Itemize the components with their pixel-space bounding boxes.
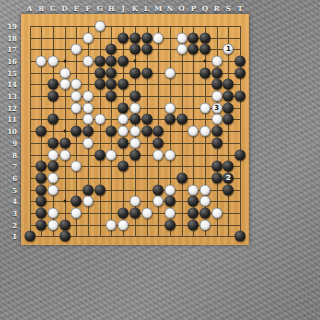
white-stone[interactable] <box>47 219 58 230</box>
white-stone[interactable] <box>71 208 82 219</box>
row-label: 6 <box>12 173 17 182</box>
white-stone[interactable] <box>71 161 82 172</box>
white-stone[interactable] <box>164 208 175 219</box>
black-stone[interactable] <box>36 219 47 230</box>
black-stone[interactable] <box>36 126 47 137</box>
star-point <box>63 200 66 203</box>
white-stone[interactable] <box>71 79 82 90</box>
row-label: 2 <box>12 220 17 229</box>
black-stone[interactable] <box>223 79 234 90</box>
white-stone[interactable] <box>83 91 94 102</box>
black-stone[interactable] <box>106 126 117 137</box>
white-stone[interactable] <box>129 196 140 207</box>
white-stone[interactable] <box>71 44 82 55</box>
white-stone[interactable] <box>59 79 70 90</box>
black-stone[interactable] <box>211 126 222 137</box>
column-label: A <box>27 4 32 13</box>
white-stone[interactable] <box>83 196 94 207</box>
column-label: L <box>144 4 149 13</box>
black-stone[interactable] <box>118 161 129 172</box>
white-stone[interactable] <box>153 196 164 207</box>
white-stone[interactable] <box>164 184 175 195</box>
white-stone[interactable] <box>47 149 58 160</box>
white-stone[interactable] <box>153 149 164 160</box>
white-stone[interactable] <box>129 126 140 137</box>
white-stone[interactable] <box>59 67 70 78</box>
black-stone[interactable] <box>235 55 246 66</box>
move-number-label: 3 <box>214 104 219 111</box>
white-stone[interactable] <box>200 126 211 137</box>
black-stone[interactable] <box>141 67 152 78</box>
black-stone[interactable] <box>94 55 105 66</box>
row-label: 7 <box>12 162 17 171</box>
column-label: S <box>226 4 231 13</box>
white-stone[interactable] <box>118 219 129 230</box>
black-stone[interactable] <box>235 91 246 102</box>
row-label: 19 <box>7 21 17 30</box>
white-stone[interactable] <box>59 149 70 160</box>
white-stone[interactable] <box>153 32 164 43</box>
white-stone[interactable] <box>188 184 199 195</box>
column-label: N <box>167 4 173 13</box>
black-stone[interactable] <box>129 32 140 43</box>
black-stone[interactable] <box>94 184 105 195</box>
row-label: 13 <box>7 92 17 101</box>
black-stone[interactable] <box>118 102 129 113</box>
row-label: 5 <box>12 185 17 194</box>
white-stone[interactable] <box>94 20 105 31</box>
black-stone[interactable] <box>118 32 129 43</box>
white-stone[interactable] <box>83 102 94 113</box>
column-label: O <box>179 4 185 13</box>
row-label: 11 <box>7 115 17 124</box>
black-stone[interactable] <box>118 79 129 90</box>
black-stone[interactable] <box>141 44 152 55</box>
black-stone[interactable] <box>129 208 140 219</box>
star-point <box>63 130 66 133</box>
black-stone[interactable] <box>141 114 152 125</box>
white-stone[interactable] <box>83 32 94 43</box>
black-stone[interactable] <box>235 231 246 242</box>
black-stone[interactable] <box>235 149 246 160</box>
white-stone-numbered[interactable]: 3 <box>211 102 222 113</box>
grid-line-horizontal <box>30 166 242 167</box>
white-stone[interactable] <box>94 114 105 125</box>
row-label: 9 <box>12 138 17 147</box>
row-label: 10 <box>7 127 17 136</box>
black-stone[interactable] <box>118 208 129 219</box>
white-stone-numbered[interactable]: 1 <box>223 44 234 55</box>
black-stone[interactable] <box>164 196 175 207</box>
column-label: D <box>62 4 68 13</box>
black-stone[interactable] <box>200 32 211 43</box>
black-stone[interactable] <box>47 137 58 148</box>
white-stone[interactable] <box>211 114 222 125</box>
black-stone[interactable] <box>141 126 152 137</box>
white-stone[interactable] <box>129 102 140 113</box>
black-stone[interactable] <box>223 161 234 172</box>
white-stone[interactable] <box>164 149 175 160</box>
black-stone[interactable] <box>71 196 82 207</box>
black-stone[interactable] <box>106 55 117 66</box>
white-stone[interactable] <box>176 44 187 55</box>
black-stone[interactable] <box>141 32 152 43</box>
white-stone[interactable] <box>164 102 175 113</box>
black-stone[interactable] <box>36 196 47 207</box>
row-label: 15 <box>7 68 17 77</box>
black-stone[interactable] <box>211 137 222 148</box>
black-stone[interactable] <box>59 219 70 230</box>
black-stone[interactable] <box>129 149 140 160</box>
black-stone[interactable] <box>71 126 82 137</box>
row-label: 4 <box>12 197 17 206</box>
column-label: F <box>86 4 91 13</box>
white-stone[interactable] <box>36 55 47 66</box>
black-stone[interactable] <box>47 114 58 125</box>
white-stone[interactable] <box>118 126 129 137</box>
black-stone[interactable] <box>223 184 234 195</box>
go-board[interactable]: 132 <box>21 14 249 245</box>
column-label: E <box>74 4 79 13</box>
black-stone[interactable] <box>36 172 47 183</box>
column-label: B <box>38 4 44 13</box>
white-stone[interactable] <box>200 102 211 113</box>
black-stone[interactable] <box>188 219 199 230</box>
black-stone[interactable] <box>129 67 140 78</box>
white-stone[interactable] <box>176 32 187 43</box>
black-stone[interactable] <box>223 91 234 102</box>
column-label: G <box>97 4 103 13</box>
white-stone[interactable] <box>71 102 82 113</box>
black-stone[interactable] <box>94 67 105 78</box>
black-stone[interactable] <box>106 67 117 78</box>
column-label: T <box>237 4 242 13</box>
black-stone[interactable] <box>223 102 234 113</box>
column-label: M <box>154 4 162 13</box>
black-stone[interactable] <box>94 79 105 90</box>
grid-line-vertical <box>182 26 183 238</box>
black-stone[interactable] <box>47 161 58 172</box>
black-stone[interactable] <box>223 114 234 125</box>
black-stone[interactable] <box>94 149 105 160</box>
black-stone[interactable] <box>211 161 222 172</box>
white-stone[interactable] <box>83 114 94 125</box>
black-stone[interactable] <box>200 208 211 219</box>
black-stone[interactable] <box>24 231 35 242</box>
white-stone[interactable] <box>83 55 94 66</box>
star-point <box>204 59 207 62</box>
black-stone[interactable] <box>164 114 175 125</box>
black-stone[interactable] <box>118 55 129 66</box>
black-stone[interactable] <box>106 44 117 55</box>
column-label: K <box>132 4 138 13</box>
screenshot-scene: 132 ABCDEFGHJKLMNOPQRST19181716151413121… <box>0 0 320 320</box>
row-label: 1 <box>12 232 17 241</box>
black-stone[interactable] <box>153 184 164 195</box>
black-stone[interactable] <box>47 91 58 102</box>
white-stone[interactable] <box>47 172 58 183</box>
black-stone[interactable] <box>176 114 187 125</box>
black-stone[interactable] <box>36 161 47 172</box>
black-stone[interactable] <box>211 172 222 183</box>
black-stone[interactable] <box>36 208 47 219</box>
column-label: R <box>214 4 220 13</box>
black-stone[interactable] <box>188 32 199 43</box>
move-number-label: 1 <box>226 46 231 53</box>
grid-line-vertical <box>228 26 229 238</box>
white-stone[interactable] <box>164 67 175 78</box>
black-stone[interactable] <box>211 79 222 90</box>
black-stone[interactable] <box>200 67 211 78</box>
black-stone[interactable] <box>129 91 140 102</box>
black-stone[interactable] <box>59 231 70 242</box>
black-stone[interactable] <box>235 67 246 78</box>
white-stone[interactable] <box>211 208 222 219</box>
white-stone[interactable] <box>211 55 222 66</box>
white-stone[interactable] <box>129 137 140 148</box>
black-stone[interactable] <box>59 137 70 148</box>
grid-line-horizontal <box>30 178 242 179</box>
black-stone[interactable] <box>47 79 58 90</box>
black-stone-numbered[interactable]: 2 <box>223 172 234 183</box>
move-number-label: 2 <box>226 174 231 181</box>
black-stone[interactable] <box>200 44 211 55</box>
black-stone[interactable] <box>211 67 222 78</box>
white-stone[interactable] <box>47 208 58 219</box>
white-stone[interactable] <box>83 137 94 148</box>
white-stone[interactable] <box>71 91 82 102</box>
black-stone[interactable] <box>164 219 175 230</box>
black-stone[interactable] <box>153 137 164 148</box>
row-label: 3 <box>12 209 17 218</box>
black-stone[interactable] <box>106 79 117 90</box>
white-stone[interactable] <box>200 219 211 230</box>
star-point <box>63 59 66 62</box>
black-stone[interactable] <box>118 137 129 148</box>
row-label: 12 <box>7 103 17 112</box>
black-stone[interactable] <box>36 184 47 195</box>
white-stone[interactable] <box>106 219 117 230</box>
row-label: 17 <box>7 45 17 54</box>
black-stone[interactable] <box>176 172 187 183</box>
white-stone[interactable] <box>200 196 211 207</box>
black-stone[interactable] <box>188 44 199 55</box>
star-point <box>133 59 136 62</box>
white-stone[interactable] <box>200 184 211 195</box>
white-stone[interactable] <box>188 126 199 137</box>
white-stone[interactable] <box>47 184 58 195</box>
row-label: 14 <box>7 80 17 89</box>
black-stone[interactable] <box>153 126 164 137</box>
column-label: J <box>121 4 124 13</box>
column-label: C <box>50 4 56 13</box>
white-stone[interactable] <box>47 55 58 66</box>
white-stone[interactable] <box>118 114 129 125</box>
column-label: Q <box>202 4 208 13</box>
black-stone[interactable] <box>106 91 117 102</box>
white-stone[interactable] <box>141 208 152 219</box>
black-stone[interactable] <box>83 126 94 137</box>
row-label: 18 <box>7 33 17 42</box>
row-label: 8 <box>12 150 17 159</box>
row-label: 16 <box>7 56 17 65</box>
black-stone[interactable] <box>129 44 140 55</box>
white-stone[interactable] <box>106 149 117 160</box>
column-label: H <box>108 4 115 13</box>
white-stone[interactable] <box>211 91 222 102</box>
column-label: P <box>191 4 196 13</box>
black-stone[interactable] <box>188 208 199 219</box>
black-stone[interactable] <box>188 196 199 207</box>
black-stone[interactable] <box>129 114 140 125</box>
black-stone[interactable] <box>83 184 94 195</box>
